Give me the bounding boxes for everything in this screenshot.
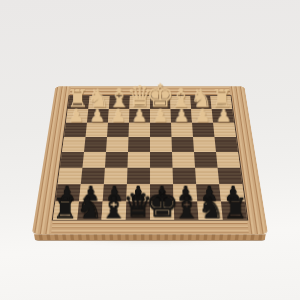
square-r3c4 (129, 123, 150, 137)
square-r8c7: ♞ (197, 201, 222, 219)
square-r4c4 (128, 137, 150, 152)
square-r3c1 (64, 123, 87, 137)
black-rook-piece: ♜ (222, 195, 248, 221)
chess-board-grid: ♜♞♝♛♚♝♞♜♟♟♟♟♟♟♟♟♟♟♟♟♟♟♟♟♜♞♝♛♚♝♞♜ (52, 95, 249, 220)
white-pawn-piece: ♟ (110, 108, 126, 124)
square-r2c5: ♟ (150, 109, 171, 123)
square-r8c2: ♞ (77, 201, 102, 219)
square-r2c3: ♟ (108, 109, 129, 123)
square-r3c5 (150, 123, 171, 137)
board-front-edge (34, 234, 266, 240)
square-r3c6 (171, 123, 193, 137)
square-r8c4: ♛ (126, 201, 150, 219)
studio-backdrop: ♜♞♝♛♚♝♞♜♟♟♟♟♟♟♟♟♟♟♟♟♟♟♟♟♜♞♝♛♚♝♞♜ (0, 0, 300, 300)
board-frame-top (54, 86, 246, 96)
square-r2c2: ♟ (87, 109, 109, 123)
black-knight-piece: ♞ (197, 194, 224, 221)
white-pawn-piece: ♟ (131, 108, 147, 124)
square-r4c3 (106, 137, 129, 152)
white-pawn-piece: ♟ (173, 108, 189, 124)
square-r2c8: ♟ (212, 109, 234, 123)
black-bishop-piece: ♝ (173, 193, 201, 221)
square-r8c1: ♜ (53, 201, 79, 219)
square-r2c4: ♟ (129, 109, 150, 123)
square-r5c8 (216, 152, 240, 168)
board-frame-bottom (32, 220, 268, 235)
square-r2c6: ♟ (171, 109, 192, 123)
square-r4c8 (214, 137, 238, 152)
black-knight-piece: ♞ (76, 194, 103, 221)
square-r5c3 (105, 152, 128, 168)
square-r4c1 (62, 137, 86, 152)
square-r2c7: ♟ (191, 109, 213, 123)
square-r5c1 (60, 152, 84, 168)
square-r3c8 (213, 123, 236, 137)
white-pawn-piece: ♟ (194, 108, 210, 124)
white-pawn-piece: ♟ (68, 108, 84, 124)
chess-board: ♜♞♝♛♚♝♞♜♟♟♟♟♟♟♟♟♟♟♟♟♟♟♟♟♜♞♝♛♚♝♞♜ (32, 86, 268, 234)
black-rook-piece: ♜ (52, 195, 78, 221)
square-r5c6 (172, 152, 195, 168)
scene: ♜♞♝♛♚♝♞♜♟♟♟♟♟♟♟♟♟♟♟♟♟♟♟♟♜♞♝♛♚♝♞♜ (0, 0, 300, 300)
square-r3c2 (86, 123, 108, 137)
black-bishop-piece: ♝ (100, 193, 128, 221)
square-r8c6: ♝ (174, 201, 199, 219)
square-r8c3: ♝ (101, 201, 126, 219)
white-pawn-piece: ♟ (89, 108, 105, 124)
square-r4c5 (150, 137, 172, 152)
square-r3c3 (107, 123, 129, 137)
white-pawn-piece: ♟ (216, 108, 232, 124)
square-r3c7 (192, 123, 214, 137)
square-r4c6 (171, 137, 194, 152)
square-r8c8: ♜ (221, 201, 247, 219)
square-r5c7 (194, 152, 218, 168)
square-r4c2 (84, 137, 107, 152)
square-r4c7 (193, 137, 216, 152)
square-r5c5 (150, 152, 173, 168)
square-r2c1: ♟ (66, 109, 88, 123)
square-r8c5: ♚ (150, 201, 174, 219)
square-r5c2 (82, 152, 106, 168)
square-r5c4 (127, 152, 150, 168)
white-pawn-piece: ♟ (152, 108, 168, 124)
